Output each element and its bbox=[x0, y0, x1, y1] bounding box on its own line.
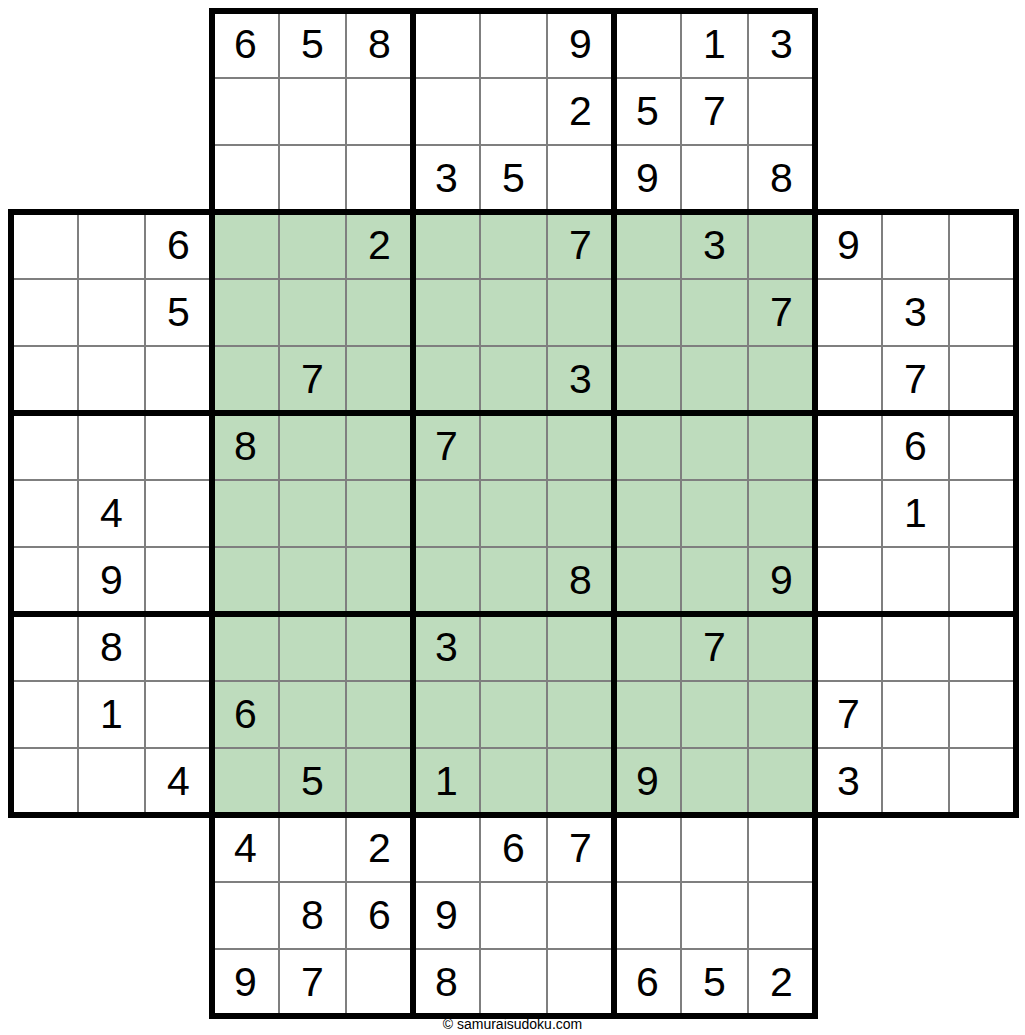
cell-r14-c9[interactable] bbox=[547, 882, 614, 949]
cell-r5-c10[interactable] bbox=[614, 279, 681, 346]
thick-border-line bbox=[8, 209, 14, 818]
cell-r8-c14[interactable]: 1 bbox=[882, 480, 949, 547]
cell-r14-c8[interactable] bbox=[480, 882, 547, 949]
cell-r4-c5[interactable] bbox=[279, 212, 346, 279]
cell-r15-c1 bbox=[11, 949, 78, 1016]
cell-r9-c5[interactable] bbox=[279, 547, 346, 614]
thick-border-line bbox=[209, 8, 215, 1019]
cell-r3-c3 bbox=[145, 145, 212, 212]
cell-r6-c15[interactable] bbox=[949, 346, 1016, 413]
cell-r7-c14[interactable]: 6 bbox=[882, 413, 949, 480]
cell-r4-c7[interactable] bbox=[413, 212, 480, 279]
cell-r12-c10[interactable]: 9 bbox=[614, 748, 681, 815]
cell-r11-c10[interactable] bbox=[614, 681, 681, 748]
cell-r13-c14 bbox=[882, 815, 949, 882]
cell-r7-c12[interactable] bbox=[748, 413, 815, 480]
cell-r14-c14 bbox=[882, 882, 949, 949]
cell-r11-c5[interactable] bbox=[279, 681, 346, 748]
cell-r12-c4[interactable] bbox=[212, 748, 279, 815]
cell-r7-c4[interactable]: 8 bbox=[212, 413, 279, 480]
cell-r8-c13[interactable] bbox=[815, 480, 882, 547]
cell-r6-c7[interactable] bbox=[413, 346, 480, 413]
thick-border-line bbox=[209, 1013, 818, 1019]
cell-r5-c5[interactable] bbox=[279, 279, 346, 346]
cell-r5-c12[interactable]: 7 bbox=[748, 279, 815, 346]
cell-r3-c8[interactable]: 5 bbox=[480, 145, 547, 212]
cell-r10-c3[interactable] bbox=[145, 614, 212, 681]
cell-r13-c11[interactable] bbox=[681, 815, 748, 882]
cell-r14-c15 bbox=[949, 882, 1016, 949]
cell-r3-c14 bbox=[882, 145, 949, 212]
cell-r13-c4[interactable]: 4 bbox=[212, 815, 279, 882]
cell-r12-c3[interactable]: 4 bbox=[145, 748, 212, 815]
cell-r8-c3[interactable] bbox=[145, 480, 212, 547]
cell-r4-c11[interactable]: 3 bbox=[681, 212, 748, 279]
cell-r3-c9[interactable] bbox=[547, 145, 614, 212]
cell-r9-c4[interactable] bbox=[212, 547, 279, 614]
cell-r4-c1[interactable] bbox=[11, 212, 78, 279]
cell-r14-c12[interactable] bbox=[748, 882, 815, 949]
cell-r15-c3 bbox=[145, 949, 212, 1016]
cell-r2-c1 bbox=[11, 78, 78, 145]
cell-r9-c11[interactable] bbox=[681, 547, 748, 614]
cell-r11-c8[interactable] bbox=[480, 681, 547, 748]
cell-r13-c8[interactable]: 6 bbox=[480, 815, 547, 882]
cell-r4-c8[interactable] bbox=[480, 212, 547, 279]
cell-r4-c10[interactable] bbox=[614, 212, 681, 279]
cell-r4-c3[interactable]: 6 bbox=[145, 212, 212, 279]
cell-r7-c2[interactable] bbox=[78, 413, 145, 480]
cell-r13-c13 bbox=[815, 815, 882, 882]
thick-border-line bbox=[8, 410, 1019, 416]
cell-r6-c12[interactable] bbox=[748, 346, 815, 413]
cell-r12-c2[interactable] bbox=[78, 748, 145, 815]
cell-r8-c6[interactable] bbox=[346, 480, 413, 547]
cell-r1-c2 bbox=[78, 11, 145, 78]
cell-r10-c13[interactable] bbox=[815, 614, 882, 681]
cell-r15-c5[interactable]: 7 bbox=[279, 949, 346, 1016]
cell-r2-c4[interactable] bbox=[212, 78, 279, 145]
cell-r11-c7[interactable] bbox=[413, 681, 480, 748]
cell-r7-c11[interactable] bbox=[681, 413, 748, 480]
cell-r10-c2[interactable]: 8 bbox=[78, 614, 145, 681]
cell-r8-c12[interactable] bbox=[748, 480, 815, 547]
cell-r13-c7[interactable] bbox=[413, 815, 480, 882]
cell-r3-c10[interactable]: 9 bbox=[614, 145, 681, 212]
cell-r1-c10[interactable] bbox=[614, 11, 681, 78]
cell-r1-c1 bbox=[11, 11, 78, 78]
cell-r12-c15[interactable] bbox=[949, 748, 1016, 815]
cell-r14-c10[interactable] bbox=[614, 882, 681, 949]
cell-r12-c11[interactable] bbox=[681, 748, 748, 815]
cell-r5-c11[interactable] bbox=[681, 279, 748, 346]
cell-r6-c13[interactable] bbox=[815, 346, 882, 413]
cell-r14-c5[interactable]: 8 bbox=[279, 882, 346, 949]
cell-r4-c2[interactable] bbox=[78, 212, 145, 279]
cell-r15-c7[interactable]: 8 bbox=[413, 949, 480, 1016]
thick-border-line bbox=[8, 812, 1019, 818]
cell-r2-c2 bbox=[78, 78, 145, 145]
cell-r3-c15 bbox=[949, 145, 1016, 212]
thick-border-line bbox=[611, 8, 617, 1019]
cell-r10-c15[interactable] bbox=[949, 614, 1016, 681]
cell-r15-c15 bbox=[949, 949, 1016, 1016]
cell-r1-c14 bbox=[882, 11, 949, 78]
cell-r3-c1 bbox=[11, 145, 78, 212]
cell-r12-c7[interactable]: 1 bbox=[413, 748, 480, 815]
cell-r8-c1[interactable] bbox=[11, 480, 78, 547]
thick-border-line bbox=[8, 209, 1019, 215]
sudoku-board: 6589132573598627395737378764198983716745… bbox=[11, 11, 1016, 1016]
cell-r12-c5[interactable]: 5 bbox=[279, 748, 346, 815]
cell-r6-c10[interactable] bbox=[614, 346, 681, 413]
cell-r11-c4[interactable]: 6 bbox=[212, 681, 279, 748]
cell-r9-c6[interactable] bbox=[346, 547, 413, 614]
cell-r12-c9[interactable] bbox=[547, 748, 614, 815]
cell-r4-c4[interactable] bbox=[212, 212, 279, 279]
cell-r8-c2[interactable]: 4 bbox=[78, 480, 145, 547]
cell-r6-c3[interactable] bbox=[145, 346, 212, 413]
cell-r3-c4[interactable] bbox=[212, 145, 279, 212]
cell-r1-c12[interactable]: 3 bbox=[748, 11, 815, 78]
cell-r5-c3[interactable]: 5 bbox=[145, 279, 212, 346]
cell-r12-c1[interactable] bbox=[11, 748, 78, 815]
cell-r13-c10[interactable] bbox=[614, 815, 681, 882]
cell-r10-c11[interactable]: 7 bbox=[681, 614, 748, 681]
cell-r8-c7[interactable] bbox=[413, 480, 480, 547]
cell-r8-c5[interactable] bbox=[279, 480, 346, 547]
cell-r14-c4[interactable] bbox=[212, 882, 279, 949]
thick-border-line bbox=[812, 8, 818, 1019]
cell-r1-c15 bbox=[949, 11, 1016, 78]
cell-r2-c12[interactable] bbox=[748, 78, 815, 145]
cell-r7-c13[interactable] bbox=[815, 413, 882, 480]
cell-r15-c6[interactable] bbox=[346, 949, 413, 1016]
cell-r10-c7[interactable]: 3 bbox=[413, 614, 480, 681]
cell-r12-c8[interactable] bbox=[480, 748, 547, 815]
cell-r9-c12[interactable]: 9 bbox=[748, 547, 815, 614]
cell-r10-c4[interactable] bbox=[212, 614, 279, 681]
cell-r8-c15[interactable] bbox=[949, 480, 1016, 547]
cell-r1-c7[interactable] bbox=[413, 11, 480, 78]
cell-r14-c1 bbox=[11, 882, 78, 949]
cell-r4-c12[interactable] bbox=[748, 212, 815, 279]
cell-r9-c7[interactable] bbox=[413, 547, 480, 614]
cell-r9-c1[interactable] bbox=[11, 547, 78, 614]
cell-r15-c14 bbox=[882, 949, 949, 1016]
cell-r15-c13 bbox=[815, 949, 882, 1016]
cell-r8-c8[interactable] bbox=[480, 480, 547, 547]
cell-r14-c2 bbox=[78, 882, 145, 949]
cell-r7-c10[interactable] bbox=[614, 413, 681, 480]
cell-r8-c11[interactable] bbox=[681, 480, 748, 547]
cell-r10-c14[interactable] bbox=[882, 614, 949, 681]
cell-r7-c9[interactable] bbox=[547, 413, 614, 480]
cell-r4-c14[interactable] bbox=[882, 212, 949, 279]
thick-border-line bbox=[8, 611, 1019, 617]
cell-r5-c8[interactable] bbox=[480, 279, 547, 346]
cell-r11-c15[interactable] bbox=[949, 681, 1016, 748]
cell-r1-c6[interactable]: 8 bbox=[346, 11, 413, 78]
cell-r9-c14[interactable] bbox=[882, 547, 949, 614]
cell-r15-c12[interactable]: 2 bbox=[748, 949, 815, 1016]
cell-r1-c3 bbox=[145, 11, 212, 78]
cell-r2-c5[interactable] bbox=[279, 78, 346, 145]
cell-r2-c7[interactable] bbox=[413, 78, 480, 145]
cell-r10-c10[interactable] bbox=[614, 614, 681, 681]
cell-r6-c14[interactable]: 7 bbox=[882, 346, 949, 413]
cell-r8-c10[interactable] bbox=[614, 480, 681, 547]
cell-r5-c4[interactable] bbox=[212, 279, 279, 346]
cell-r5-c13[interactable] bbox=[815, 279, 882, 346]
cell-r2-c9[interactable]: 2 bbox=[547, 78, 614, 145]
cell-r15-c4[interactable]: 9 bbox=[212, 949, 279, 1016]
cell-r12-c6[interactable] bbox=[346, 748, 413, 815]
thick-border-line bbox=[1013, 209, 1019, 818]
cell-r1-c9[interactable]: 9 bbox=[547, 11, 614, 78]
cell-r11-c1[interactable] bbox=[11, 681, 78, 748]
cell-r5-c1[interactable] bbox=[11, 279, 78, 346]
cell-r11-c14[interactable] bbox=[882, 681, 949, 748]
cell-r6-c11[interactable] bbox=[681, 346, 748, 413]
cell-r9-c2[interactable]: 9 bbox=[78, 547, 145, 614]
cell-r14-c7[interactable]: 9 bbox=[413, 882, 480, 949]
cell-r13-c3 bbox=[145, 815, 212, 882]
cell-r12-c12[interactable] bbox=[748, 748, 815, 815]
cell-r7-c6[interactable] bbox=[346, 413, 413, 480]
cell-r14-c13 bbox=[815, 882, 882, 949]
cell-r14-c3 bbox=[145, 882, 212, 949]
cell-r12-c13[interactable]: 3 bbox=[815, 748, 882, 815]
cell-r5-c14[interactable]: 3 bbox=[882, 279, 949, 346]
cell-r2-c8[interactable] bbox=[480, 78, 547, 145]
cell-r2-c14 bbox=[882, 78, 949, 145]
cell-r10-c5[interactable] bbox=[279, 614, 346, 681]
cell-r11-c6[interactable] bbox=[346, 681, 413, 748]
cell-r14-c6[interactable]: 6 bbox=[346, 882, 413, 949]
cell-r8-c4[interactable] bbox=[212, 480, 279, 547]
cell-r10-c8[interactable] bbox=[480, 614, 547, 681]
cell-r15-c2 bbox=[78, 949, 145, 1016]
cell-r2-c3 bbox=[145, 78, 212, 145]
cell-r15-c8[interactable] bbox=[480, 949, 547, 1016]
cell-r3-c2 bbox=[78, 145, 145, 212]
cell-r5-c7[interactable] bbox=[413, 279, 480, 346]
cell-r13-c12[interactable] bbox=[748, 815, 815, 882]
cell-r4-c13[interactable]: 9 bbox=[815, 212, 882, 279]
cell-r7-c1[interactable] bbox=[11, 413, 78, 480]
cell-r5-c2[interactable] bbox=[78, 279, 145, 346]
cell-r11-c2[interactable]: 1 bbox=[78, 681, 145, 748]
cell-r1-c5[interactable]: 5 bbox=[279, 11, 346, 78]
cell-r7-c5[interactable] bbox=[279, 413, 346, 480]
cell-r8-c9[interactable] bbox=[547, 480, 614, 547]
cell-r6-c8[interactable] bbox=[480, 346, 547, 413]
cell-r4-c15[interactable] bbox=[949, 212, 1016, 279]
cell-r11-c12[interactable] bbox=[748, 681, 815, 748]
cell-r5-c15[interactable] bbox=[949, 279, 1016, 346]
cell-r2-c6[interactable] bbox=[346, 78, 413, 145]
cell-r11-c11[interactable] bbox=[681, 681, 748, 748]
cell-r2-c11[interactable]: 7 bbox=[681, 78, 748, 145]
cell-r11-c9[interactable] bbox=[547, 681, 614, 748]
cell-r4-c9[interactable]: 7 bbox=[547, 212, 614, 279]
cell-r7-c15[interactable] bbox=[949, 413, 1016, 480]
cell-r10-c9[interactable] bbox=[547, 614, 614, 681]
cell-r13-c5[interactable] bbox=[279, 815, 346, 882]
cell-r12-c14[interactable] bbox=[882, 748, 949, 815]
cell-r7-c7[interactable]: 7 bbox=[413, 413, 480, 480]
cell-r7-c3[interactable] bbox=[145, 413, 212, 480]
cell-r9-c10[interactable] bbox=[614, 547, 681, 614]
cell-r13-c9[interactable]: 7 bbox=[547, 815, 614, 882]
cell-r13-c1 bbox=[11, 815, 78, 882]
cell-r1-c4[interactable]: 6 bbox=[212, 11, 279, 78]
cell-r15-c9[interactable] bbox=[547, 949, 614, 1016]
cell-r2-c10[interactable]: 5 bbox=[614, 78, 681, 145]
cell-r5-c9[interactable] bbox=[547, 279, 614, 346]
cell-r6-c2[interactable] bbox=[78, 346, 145, 413]
cell-r10-c1[interactable] bbox=[11, 614, 78, 681]
cell-r1-c8[interactable] bbox=[480, 11, 547, 78]
cell-r15-c11[interactable]: 5 bbox=[681, 949, 748, 1016]
cell-r5-c6[interactable] bbox=[346, 279, 413, 346]
cell-r2-c13 bbox=[815, 78, 882, 145]
cell-r11-c13[interactable]: 7 bbox=[815, 681, 882, 748]
cell-r10-c12[interactable] bbox=[748, 614, 815, 681]
cell-r13-c15 bbox=[949, 815, 1016, 882]
thick-border-line bbox=[209, 8, 818, 14]
cell-r3-c12[interactable]: 8 bbox=[748, 145, 815, 212]
cell-r9-c9[interactable]: 8 bbox=[547, 547, 614, 614]
cell-r10-c6[interactable] bbox=[346, 614, 413, 681]
cell-r6-c5[interactable]: 7 bbox=[279, 346, 346, 413]
cell-r6-c4[interactable] bbox=[212, 346, 279, 413]
cell-r11-c3[interactable] bbox=[145, 681, 212, 748]
cell-r1-c11[interactable]: 1 bbox=[681, 11, 748, 78]
cell-r9-c3[interactable] bbox=[145, 547, 212, 614]
cell-r13-c6[interactable]: 2 bbox=[346, 815, 413, 882]
cell-r7-c8[interactable] bbox=[480, 413, 547, 480]
cell-r6-c9[interactable]: 3 bbox=[547, 346, 614, 413]
cell-r6-c1[interactable] bbox=[11, 346, 78, 413]
cell-r2-c15 bbox=[949, 78, 1016, 145]
cell-r9-c15[interactable] bbox=[949, 547, 1016, 614]
cell-r9-c13[interactable] bbox=[815, 547, 882, 614]
cell-r4-c6[interactable]: 2 bbox=[346, 212, 413, 279]
cell-r3-c13 bbox=[815, 145, 882, 212]
cell-r9-c8[interactable] bbox=[480, 547, 547, 614]
thick-border-line bbox=[410, 8, 416, 1019]
cell-r14-c11[interactable] bbox=[681, 882, 748, 949]
cell-r15-c10[interactable]: 6 bbox=[614, 949, 681, 1016]
cell-r3-c11[interactable] bbox=[681, 145, 748, 212]
cell-r3-c7[interactable]: 3 bbox=[413, 145, 480, 212]
cell-r13-c2 bbox=[78, 815, 145, 882]
cell-r3-c6[interactable] bbox=[346, 145, 413, 212]
cell-r3-c5[interactable] bbox=[279, 145, 346, 212]
cell-r6-c6[interactable] bbox=[346, 346, 413, 413]
cell-r1-c13 bbox=[815, 11, 882, 78]
